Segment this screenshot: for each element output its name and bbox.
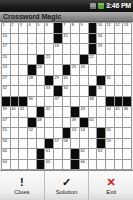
grid-cell[interactable] <box>37 76 45 86</box>
cell-number: 57 <box>54 139 58 144</box>
grid-cell[interactable] <box>19 34 27 44</box>
grid-cell[interactable]: 24 <box>37 65 45 75</box>
grid-cell[interactable] <box>19 86 27 96</box>
cell-number: 38 <box>89 97 93 102</box>
grid-cell[interactable] <box>106 160 114 170</box>
grid-cell[interactable] <box>11 118 19 128</box>
solution-button[interactable]: ✓ Solution <box>45 171 90 200</box>
grid-cell[interactable] <box>71 34 79 44</box>
grid-cell[interactable] <box>71 139 79 149</box>
grid-cell[interactable]: 49 <box>71 118 79 128</box>
grid-cell[interactable] <box>106 44 114 54</box>
grid-cell[interactable] <box>19 55 27 65</box>
grid-cell[interactable]: 4 <box>28 23 36 33</box>
grid-cell[interactable] <box>123 65 131 75</box>
grid-cell[interactable] <box>63 44 71 54</box>
cell-number: 21 <box>46 55 50 60</box>
grid-cell[interactable] <box>19 65 27 75</box>
grid-cell[interactable] <box>71 55 79 65</box>
cell-number: 1 <box>3 23 5 28</box>
black-cell <box>71 107 79 117</box>
grid-cell[interactable] <box>19 149 27 159</box>
grid-cell[interactable] <box>80 76 88 86</box>
grid-cell[interactable] <box>115 76 123 86</box>
grid-cell[interactable] <box>97 118 105 128</box>
grid-cell[interactable] <box>115 44 123 54</box>
cell-number: 42 <box>46 107 50 112</box>
black-cell <box>28 65 36 75</box>
grid-cell[interactable]: 51 <box>2 128 10 138</box>
black-cell <box>54 34 62 44</box>
cell-number: 8 <box>72 23 74 28</box>
grid-cell[interactable]: 13 <box>123 23 131 33</box>
black-cell <box>115 97 123 107</box>
black-cell <box>45 76 53 86</box>
grid-cell[interactable] <box>28 55 36 65</box>
grid-cell[interactable]: 59 <box>106 139 114 149</box>
exclamation-icon: ! <box>20 176 24 188</box>
grid-cell[interactable] <box>54 149 62 159</box>
cell-number: 31 <box>106 76 110 81</box>
clues-button-label: Clues <box>14 189 29 196</box>
grid-cell[interactable] <box>54 128 62 138</box>
grid-cell[interactable]: 55 <box>106 128 114 138</box>
grid-cell[interactable] <box>45 128 53 138</box>
grid-cell[interactable] <box>80 34 88 44</box>
grid-cell[interactable] <box>115 149 123 159</box>
cell-number: 7 <box>63 23 65 28</box>
grid-cell[interactable]: 19 <box>97 44 105 54</box>
grid-cell[interactable]: 5 <box>37 23 45 33</box>
cell-number: 16 <box>98 34 102 39</box>
grid-cell[interactable]: 32 <box>2 86 10 96</box>
grid-cell[interactable] <box>106 65 114 75</box>
grid-cell[interactable] <box>63 55 71 65</box>
grid-cell[interactable] <box>80 97 88 107</box>
cell-number: 59 <box>106 139 110 144</box>
black-cell <box>19 97 27 107</box>
grid-cell[interactable] <box>97 97 105 107</box>
cell-number: 9 <box>80 23 82 28</box>
cell-number: 28 <box>28 76 32 81</box>
black-cell <box>37 107 45 117</box>
cell-number: 15 <box>63 34 67 39</box>
grid-cell[interactable]: 66 <box>80 160 88 170</box>
grid-cell[interactable]: 43 <box>80 107 88 117</box>
check-icon: ✓ <box>62 176 71 188</box>
grid-cell[interactable] <box>115 65 123 75</box>
cell-number: 50 <box>89 118 93 123</box>
grid-cell[interactable]: 21 <box>45 55 53 65</box>
grid-cell[interactable] <box>89 160 97 170</box>
grid-cell[interactable] <box>63 97 71 107</box>
grid-cell[interactable]: 18 <box>54 44 62 54</box>
cell-number: 13 <box>124 23 128 28</box>
cell-number: 23 <box>3 65 7 70</box>
grid-cell[interactable] <box>97 65 105 75</box>
grid-cell[interactable]: 54 <box>80 128 88 138</box>
cell-number: 17 <box>3 44 7 49</box>
grid-cell[interactable] <box>19 44 27 54</box>
grid-cell[interactable] <box>123 149 131 159</box>
grid-cell[interactable] <box>63 118 71 128</box>
grid-cell[interactable] <box>63 107 71 117</box>
grid-cell[interactable] <box>71 76 79 86</box>
grid-cell[interactable]: 46 <box>123 107 131 117</box>
cell-number: 12 <box>115 23 119 28</box>
grid-cell[interactable]: 16 <box>97 34 105 44</box>
grid-cell[interactable]: 6 <box>45 23 53 33</box>
grid-cell[interactable] <box>123 44 131 54</box>
grid-cell[interactable]: 45 <box>115 107 123 117</box>
grid-cell[interactable]: 61 <box>45 149 53 159</box>
grid-cell[interactable]: 34 <box>63 86 71 96</box>
grid-cell[interactable] <box>80 86 88 96</box>
grid-cell[interactable] <box>28 160 36 170</box>
grid-cell[interactable]: 41 <box>19 107 27 117</box>
cross-icon: ✕ <box>107 176 116 188</box>
grid-cell[interactable] <box>28 44 36 54</box>
grid-cell[interactable]: 1 <box>2 23 10 33</box>
grid-cell[interactable] <box>54 55 62 65</box>
battery-icon <box>98 3 104 9</box>
black-cell <box>89 23 97 33</box>
grid-cell[interactable] <box>63 160 71 170</box>
black-cell <box>37 55 45 65</box>
grid-cell[interactable]: 38 <box>89 97 97 107</box>
black-cell <box>63 65 71 75</box>
grid-cell[interactable]: 44 <box>106 107 114 117</box>
cell-number: 64 <box>3 160 7 165</box>
grid-cell[interactable]: 42 <box>45 107 53 117</box>
cell-number: 22 <box>89 55 93 60</box>
cell-number: 43 <box>80 107 84 112</box>
cell-number: 63 <box>98 149 102 154</box>
cell-number: 65 <box>46 160 50 165</box>
grid-cell[interactable] <box>89 76 97 86</box>
grid-cell[interactable] <box>28 149 36 159</box>
cell-number: 33 <box>46 86 50 91</box>
black-cell <box>71 160 79 170</box>
grid-cell[interactable]: 12 <box>115 23 123 33</box>
crossword-grid: 1234567891011121314151617181920212223242… <box>1 22 132 170</box>
grid-cell[interactable]: 64 <box>2 160 10 170</box>
cell-number: 19 <box>98 44 102 49</box>
cell-number: 2 <box>11 23 13 28</box>
grid-cell[interactable] <box>54 65 62 75</box>
grid-cell[interactable]: 52 <box>28 128 36 138</box>
grid-cell[interactable] <box>28 107 36 117</box>
grid-cell[interactable] <box>37 128 45 138</box>
grid-cell[interactable] <box>11 44 19 54</box>
grid-cell[interactable] <box>37 44 45 54</box>
cell-number: 18 <box>54 44 58 49</box>
cell-number: 54 <box>80 128 84 133</box>
cell-number: 48 <box>37 118 41 123</box>
cell-number: 51 <box>3 128 7 133</box>
grid-cell[interactable] <box>11 149 19 159</box>
grid-cell[interactable]: 10 <box>97 23 105 33</box>
grid-cell[interactable] <box>11 160 19 170</box>
grid-cell[interactable] <box>97 160 105 170</box>
grid-cell[interactable] <box>45 97 53 107</box>
grid-cell[interactable] <box>28 139 36 149</box>
grid-cell[interactable] <box>115 86 123 96</box>
grid-cell[interactable] <box>11 55 19 65</box>
grid-cell[interactable] <box>19 118 27 128</box>
grid-cell[interactable] <box>54 160 62 170</box>
grid-cell[interactable] <box>97 55 105 65</box>
cell-number: 24 <box>37 65 41 70</box>
grid-cell[interactable] <box>123 55 131 65</box>
grid-cell[interactable]: 3 <box>19 23 27 33</box>
black-cell <box>37 149 45 159</box>
grid-cell[interactable]: 39 <box>2 107 10 117</box>
grid-cell[interactable]: 47 <box>2 118 10 128</box>
grid-cell[interactable] <box>106 118 114 128</box>
cell-number: 26 <box>80 65 84 70</box>
grid-cell[interactable] <box>115 128 123 138</box>
cell-number: 52 <box>28 128 32 133</box>
black-cell <box>123 97 131 107</box>
grid-cell[interactable] <box>11 34 19 44</box>
grid-cell[interactable]: 15 <box>63 34 71 44</box>
cell-number: 46 <box>124 107 128 112</box>
status-bar: 3:46 PM <box>0 0 133 12</box>
cell-number: 40 <box>11 107 15 112</box>
cell-number: 53 <box>72 128 76 133</box>
grid-cell[interactable] <box>123 34 131 44</box>
black-cell <box>80 118 88 128</box>
cell-number: 11 <box>106 23 110 28</box>
cell-number: 62 <box>80 149 84 154</box>
grid-cell[interactable]: 28 <box>28 76 36 86</box>
cell-number: 66 <box>80 160 84 165</box>
app-title-bar: Crossword Magic <box>0 12 133 22</box>
grid-cell[interactable] <box>80 139 88 149</box>
grid-cell[interactable] <box>71 86 79 96</box>
grid-cell[interactable] <box>54 118 62 128</box>
black-cell <box>37 160 45 170</box>
grid-cell[interactable] <box>123 160 131 170</box>
grid-cell[interactable] <box>54 107 62 117</box>
grid-cell[interactable]: 65 <box>45 160 53 170</box>
grid-cell[interactable]: 62 <box>80 149 88 159</box>
cell-number: 3 <box>20 23 22 28</box>
grid-cell[interactable] <box>28 34 36 44</box>
status-time: 3:46 PM <box>106 0 131 12</box>
black-cell <box>97 128 105 138</box>
cell-number: 32 <box>3 86 7 91</box>
black-cell <box>106 97 114 107</box>
grid-cell[interactable]: 2 <box>11 23 19 33</box>
grid-cell[interactable] <box>115 34 123 44</box>
grid-cell[interactable]: 57 <box>54 139 62 149</box>
cell-number: 4 <box>28 23 30 28</box>
grid-cell[interactable] <box>115 160 123 170</box>
grid-cell[interactable] <box>106 86 114 96</box>
grid-cell[interactable]: 36 <box>28 97 36 107</box>
cell-number: 44 <box>106 107 110 112</box>
grid-cell[interactable] <box>45 44 53 54</box>
grid-cell[interactable]: 25 <box>71 65 79 75</box>
grid-cell[interactable] <box>19 139 27 149</box>
cell-number: 47 <box>3 118 7 123</box>
grid-cell[interactable] <box>89 139 97 149</box>
exit-button[interactable]: ✕ Exit <box>89 171 133 200</box>
solution-button-label: Solution <box>56 189 78 196</box>
grid-cell[interactable] <box>71 44 79 54</box>
grid-cell[interactable]: 35 <box>97 86 105 96</box>
black-cell <box>11 97 19 107</box>
grid-cell[interactable] <box>106 55 114 65</box>
cell-number: 55 <box>106 128 110 133</box>
grid-cell[interactable]: 20 <box>2 55 10 65</box>
clues-button[interactable]: ! Clues <box>0 171 45 200</box>
grid-cell[interactable] <box>123 139 131 149</box>
cell-number: 60 <box>3 149 7 154</box>
cell-number: 20 <box>3 55 7 60</box>
cell-number: 10 <box>98 23 102 28</box>
grid-cell[interactable] <box>37 34 45 44</box>
black-cell <box>63 128 71 138</box>
grid-cell[interactable]: 29 <box>54 76 62 86</box>
cell-number: 25 <box>72 65 76 70</box>
cell-number: 61 <box>46 149 50 154</box>
cell-number: 49 <box>72 118 76 123</box>
black-cell <box>71 149 79 159</box>
grid-cell[interactable] <box>28 86 36 96</box>
cell-number: 39 <box>3 107 7 112</box>
grid-cell[interactable] <box>19 128 27 138</box>
black-cell <box>28 118 36 128</box>
cell-number: 14 <box>3 34 7 39</box>
cell-number: 27 <box>3 76 7 81</box>
grid-cell[interactable] <box>45 65 53 75</box>
grid-cell[interactable] <box>11 65 19 75</box>
grid-cell[interactable]: 27 <box>2 76 10 86</box>
black-cell <box>89 44 97 54</box>
grid-cell[interactable] <box>37 86 45 96</box>
cell-number: 30 <box>63 76 67 81</box>
cell-number: 29 <box>54 76 58 81</box>
grid-cell[interactable] <box>115 139 123 149</box>
grid-cell[interactable] <box>106 34 114 44</box>
grid-cell[interactable] <box>80 44 88 54</box>
grid-cell[interactable] <box>123 86 131 96</box>
grid-cell[interactable] <box>63 149 71 159</box>
cell-number: 45 <box>115 107 119 112</box>
black-cell <box>54 23 62 33</box>
grid-cell[interactable]: 26 <box>80 65 88 75</box>
grid-cell[interactable] <box>11 86 19 96</box>
grid-cell[interactable]: 40 <box>11 107 19 117</box>
grid-cell[interactable] <box>45 118 53 128</box>
cell-number: 34 <box>63 86 67 91</box>
grid-cell[interactable] <box>115 118 123 128</box>
grid-cell[interactable]: 11 <box>106 23 114 33</box>
grid-cell[interactable] <box>11 128 19 138</box>
grid-cell[interactable]: 7 <box>63 23 71 33</box>
grid-cell[interactable] <box>89 149 97 159</box>
grid-cell[interactable] <box>37 139 45 149</box>
black-cell <box>89 34 97 44</box>
grid-cell[interactable] <box>89 128 97 138</box>
grid-cell[interactable] <box>45 34 53 44</box>
grid-cell[interactable]: 23 <box>2 65 10 75</box>
black-cell <box>80 55 88 65</box>
grid-cell[interactable] <box>97 107 105 117</box>
grid-cell[interactable] <box>11 139 19 149</box>
exit-button-label: Exit <box>106 189 116 196</box>
grid-cell[interactable] <box>19 76 27 86</box>
grid-cell[interactable]: 48 <box>37 118 45 128</box>
black-cell <box>2 97 10 107</box>
grid-cell[interactable]: 60 <box>2 149 10 159</box>
app-title: Crossword Magic <box>3 12 61 22</box>
cell-number: 35 <box>98 86 102 91</box>
grid-cell[interactable]: 22 <box>89 55 97 65</box>
cell-number: 56 <box>3 139 7 144</box>
grid-cell[interactable]: 17 <box>2 44 10 54</box>
grid-cell[interactable]: 37 <box>54 97 62 107</box>
grid-cell[interactable] <box>123 118 131 128</box>
black-cell <box>89 86 97 96</box>
grid-cell[interactable]: 63 <box>97 149 105 159</box>
grid-cell[interactable] <box>123 76 131 86</box>
cell-number: 5 <box>37 23 39 28</box>
cell-number: 41 <box>20 107 24 112</box>
black-cell <box>45 139 53 149</box>
grid-cell[interactable] <box>115 55 123 65</box>
grid-cell[interactable]: 8 <box>71 23 79 33</box>
grid-cell[interactable]: 58 <box>63 139 71 149</box>
black-cell <box>54 86 62 96</box>
grid-cell[interactable]: 53 <box>71 128 79 138</box>
app-screen: 3:46 PM Crossword Magic 1234567891011121… <box>0 0 133 200</box>
grid-cell[interactable] <box>89 65 97 75</box>
grid-cell[interactable] <box>89 107 97 117</box>
grid-cell[interactable] <box>11 76 19 86</box>
grid-cell[interactable]: 50 <box>89 118 97 128</box>
grid-cell[interactable]: 33 <box>45 86 53 96</box>
usb-icon <box>90 3 96 9</box>
grid-cell[interactable] <box>123 128 131 138</box>
cell-number: 6 <box>46 23 48 28</box>
grid-cell[interactable]: 14 <box>2 34 10 44</box>
grid-cell[interactable] <box>71 97 79 107</box>
cell-number: 37 <box>54 97 58 102</box>
grid-cell[interactable] <box>106 149 114 159</box>
grid-cell[interactable]: 9 <box>80 23 88 33</box>
grid-cell[interactable] <box>37 97 45 107</box>
black-cell <box>97 139 105 149</box>
grid-cell[interactable]: 56 <box>2 139 10 149</box>
button-bar: ! Clues ✓ Solution ✕ Exit <box>0 170 133 200</box>
black-cell <box>97 76 105 86</box>
cell-number: 36 <box>28 97 32 102</box>
cell-number: 58 <box>63 139 67 144</box>
grid-cell[interactable] <box>19 160 27 170</box>
grid-cell[interactable]: 31 <box>106 76 114 86</box>
grid-cell[interactable]: 30 <box>63 76 71 86</box>
